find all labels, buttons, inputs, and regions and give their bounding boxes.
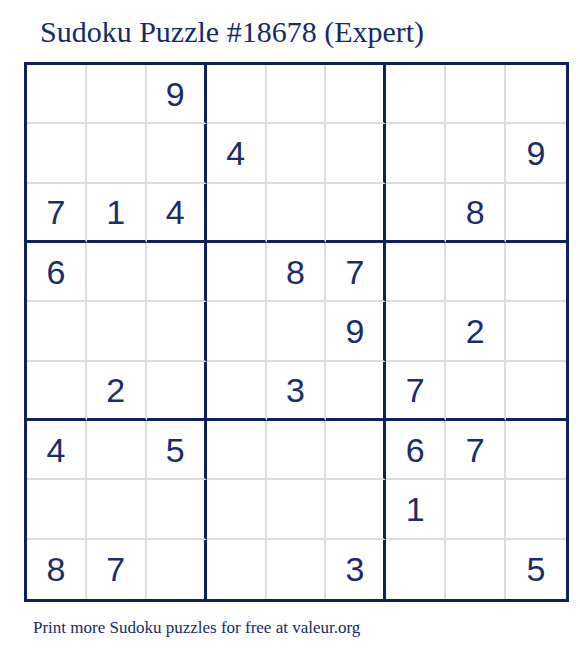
cell-r9c6: 3 <box>326 540 386 599</box>
cell-r6c7: 7 <box>386 362 446 421</box>
cell-r8c3 <box>147 480 207 539</box>
cell-r3c1: 7 <box>27 184 87 243</box>
cell-r3c2: 1 <box>87 184 147 243</box>
cell-r1c7 <box>386 65 446 124</box>
cell-r8c4 <box>207 480 267 539</box>
cell-r3c5 <box>267 184 327 243</box>
cell-r1c8 <box>446 65 506 124</box>
cell-r5c6: 9 <box>326 302 386 361</box>
cell-r7c7: 6 <box>386 421 446 480</box>
cell-r9c5 <box>267 540 327 599</box>
cell-r6c4 <box>207 362 267 421</box>
cell-r7c2 <box>87 421 147 480</box>
cell-r7c5 <box>267 421 327 480</box>
cell-r1c1 <box>27 65 87 124</box>
cell-r8c7: 1 <box>386 480 446 539</box>
cell-r5c5 <box>267 302 327 361</box>
cell-r7c6 <box>326 421 386 480</box>
sudoku-board: 949714868792237456718735 <box>24 62 569 602</box>
cell-r5c4 <box>207 302 267 361</box>
cell-r4c7 <box>386 243 446 302</box>
cell-r4c6: 7 <box>326 243 386 302</box>
cell-r1c3: 9 <box>147 65 207 124</box>
cell-r2c3 <box>147 124 207 183</box>
cell-r6c9 <box>506 362 566 421</box>
cell-r6c6 <box>326 362 386 421</box>
cell-r3c8: 8 <box>446 184 506 243</box>
cell-r9c8 <box>446 540 506 599</box>
page-title: Sudoku Puzzle #18678 (Expert) <box>40 14 580 49</box>
cell-r1c4 <box>207 65 267 124</box>
cell-r4c8 <box>446 243 506 302</box>
cell-r7c4 <box>207 421 267 480</box>
cell-r5c1 <box>27 302 87 361</box>
cell-r2c1 <box>27 124 87 183</box>
cell-r9c1: 8 <box>27 540 87 599</box>
cell-r6c3 <box>147 362 207 421</box>
cell-r3c7 <box>386 184 446 243</box>
cell-r5c3 <box>147 302 207 361</box>
cell-r6c2: 2 <box>87 362 147 421</box>
cell-r4c9 <box>506 243 566 302</box>
cell-r5c7 <box>386 302 446 361</box>
cell-r8c6 <box>326 480 386 539</box>
cell-r8c1 <box>27 480 87 539</box>
cell-r8c8 <box>446 480 506 539</box>
cell-r5c9 <box>506 302 566 361</box>
sudoku-page: Sudoku Puzzle #18678 (Expert) 9497148687… <box>0 14 580 638</box>
cell-r5c2 <box>87 302 147 361</box>
cell-r3c9 <box>506 184 566 243</box>
cell-r3c3: 4 <box>147 184 207 243</box>
cell-r4c4 <box>207 243 267 302</box>
cell-r8c5 <box>267 480 327 539</box>
cell-r8c2 <box>87 480 147 539</box>
cell-r8c9 <box>506 480 566 539</box>
cell-r1c5 <box>267 65 327 124</box>
cell-r2c4: 4 <box>207 124 267 183</box>
cell-r9c4 <box>207 540 267 599</box>
cell-r3c4 <box>207 184 267 243</box>
cell-r1c9 <box>506 65 566 124</box>
cell-r2c5 <box>267 124 327 183</box>
cell-r2c8 <box>446 124 506 183</box>
cell-r5c8: 2 <box>446 302 506 361</box>
cell-r1c2 <box>87 65 147 124</box>
cell-r2c6 <box>326 124 386 183</box>
cell-r7c8: 7 <box>446 421 506 480</box>
cell-r4c2 <box>87 243 147 302</box>
cell-r4c5: 8 <box>267 243 327 302</box>
cell-r9c9: 5 <box>506 540 566 599</box>
cell-r9c3 <box>147 540 207 599</box>
cell-r2c9: 9 <box>506 124 566 183</box>
cell-r6c5: 3 <box>267 362 327 421</box>
cell-r2c7 <box>386 124 446 183</box>
cell-r2c2 <box>87 124 147 183</box>
cell-r4c1: 6 <box>27 243 87 302</box>
cell-r4c3 <box>147 243 207 302</box>
cell-r1c6 <box>326 65 386 124</box>
cell-r7c1: 4 <box>27 421 87 480</box>
cell-r6c8 <box>446 362 506 421</box>
cell-r6c1 <box>27 362 87 421</box>
cell-r9c2: 7 <box>87 540 147 599</box>
cell-r7c9 <box>506 421 566 480</box>
cell-r9c7 <box>386 540 446 599</box>
cell-r3c6 <box>326 184 386 243</box>
cell-r7c3: 5 <box>147 421 207 480</box>
footer-text: Print more Sudoku puzzles for free at va… <box>33 618 580 638</box>
